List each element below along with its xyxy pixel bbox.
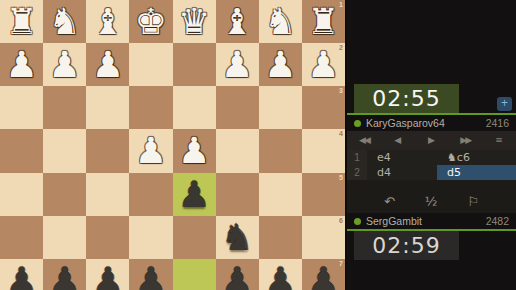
white-move[interactable]: e4 — [367, 150, 437, 165]
square[interactable] — [43, 173, 86, 216]
next-move-button[interactable]: ▶ — [415, 131, 449, 150]
square[interactable] — [216, 129, 259, 172]
square[interactable]: ♟ — [129, 259, 172, 290]
square[interactable]: ♞ — [43, 0, 86, 43]
top-player-rating: 2416 — [486, 117, 509, 129]
square[interactable] — [86, 216, 129, 259]
square[interactable]: 7♟ — [302, 259, 345, 290]
square[interactable]: 1♜ — [302, 0, 345, 43]
white-rook[interactable]: ♜ — [302, 0, 345, 43]
square[interactable]: ♚ — [129, 0, 172, 43]
square[interactable] — [173, 259, 216, 290]
square[interactable] — [173, 86, 216, 129]
give-more-time-button[interactable]: + — [497, 97, 512, 111]
square[interactable]: ♟ — [43, 43, 86, 86]
white-pawn[interactable]: ♟ — [129, 129, 172, 172]
rank-coordinate-label: 4 — [339, 130, 343, 138]
bottom-clock: 02:59 — [347, 231, 516, 260]
top-player-name: KaryGasparov64 — [366, 117, 445, 129]
chess-board[interactable]: ♜♞♝♚♛♝♞1♜♟♟♟♟♟2♟3♟♟4♟5♞6♟♟♟♟♟♟7♟ — [0, 0, 345, 290]
white-pawn[interactable]: ♟ — [173, 129, 216, 172]
move-number: 1 — [347, 150, 367, 165]
square[interactable] — [173, 216, 216, 259]
top-clock: 02:55 + — [347, 84, 516, 113]
square[interactable] — [216, 173, 259, 216]
white-pawn[interactable]: ♟ — [259, 43, 302, 86]
prev-move-button[interactable]: ◀ — [381, 131, 415, 150]
bottom-player-rating: 2482 — [486, 215, 509, 227]
black-move[interactable]: ♞c6 — [437, 150, 516, 165]
white-knight[interactable]: ♞ — [43, 0, 86, 43]
square[interactable] — [129, 173, 172, 216]
square[interactable] — [43, 129, 86, 172]
square[interactable]: ♟ — [259, 259, 302, 290]
game-actions-bar: ↶ ½ ⚐ — [347, 189, 516, 213]
game-sidebar: 02:55 + KaryGasparov64 2416 ◀◀ ◀ ▶ ▶▶ ≡ … — [347, 0, 516, 290]
rank-coordinate-label: 6 — [339, 217, 343, 225]
black-pawn[interactable]: ♟ — [0, 259, 43, 290]
bottom-player-row[interactable]: SergGambit 2482 — [347, 213, 516, 229]
move-number: 2 — [347, 165, 367, 180]
white-rook[interactable]: ♜ — [0, 0, 43, 43]
takeback-icon[interactable]: ↶ — [384, 194, 395, 209]
offer-draw-icon[interactable]: ½ — [425, 194, 438, 209]
square[interactable] — [0, 216, 43, 259]
black-pawn[interactable]: ♟ — [43, 259, 86, 290]
sidebar-top-spacer — [347, 0, 516, 84]
square[interactable] — [259, 129, 302, 172]
square[interactable]: ♟ — [43, 259, 86, 290]
square[interactable]: ♟ — [129, 129, 172, 172]
square[interactable] — [173, 43, 216, 86]
white-pawn[interactable]: ♟ — [216, 43, 259, 86]
square[interactable]: 4 — [302, 129, 345, 172]
bottom-clock-time: 02:59 — [354, 231, 459, 260]
white-bishop[interactable]: ♝ — [216, 0, 259, 43]
square[interactable]: ♟ — [0, 259, 43, 290]
square[interactable] — [129, 216, 172, 259]
online-indicator-icon — [354, 218, 361, 225]
white-pawn[interactable]: ♟ — [0, 43, 43, 86]
white-move[interactable]: d4 — [367, 165, 437, 180]
square[interactable] — [0, 129, 43, 172]
square[interactable]: ♛ — [173, 0, 216, 43]
square[interactable] — [216, 86, 259, 129]
square[interactable] — [43, 216, 86, 259]
square[interactable] — [86, 173, 129, 216]
square[interactable]: ♟ — [173, 129, 216, 172]
rank-coordinate-label: 5 — [339, 174, 343, 182]
square[interactable]: ♝ — [216, 0, 259, 43]
square[interactable]: ♟ — [0, 43, 43, 86]
last-move-button[interactable]: ▶▶ — [448, 131, 482, 150]
square[interactable] — [86, 86, 129, 129]
square[interactable] — [129, 43, 172, 86]
black-move[interactable]: d5 — [437, 165, 516, 180]
white-king[interactable]: ♚ — [129, 0, 172, 43]
square[interactable] — [0, 173, 43, 216]
resign-flag-icon[interactable]: ⚐ — [467, 194, 479, 209]
black-pawn[interactable]: ♟ — [129, 259, 172, 290]
square[interactable]: ♜ — [0, 0, 43, 43]
square[interactable]: ♝ — [86, 0, 129, 43]
bottom-player-name: SergGambit — [366, 215, 422, 227]
move-nav-bar: ◀◀ ◀ ▶ ▶▶ ≡ — [347, 131, 516, 150]
square[interactable] — [129, 86, 172, 129]
top-player-row[interactable]: KaryGasparov64 2416 — [347, 115, 516, 131]
top-clock-time: 02:55 — [354, 84, 459, 113]
black-pawn[interactable]: ♟ — [302, 259, 345, 290]
white-bishop[interactable]: ♝ — [86, 0, 129, 43]
black-pawn[interactable]: ♟ — [86, 259, 129, 290]
first-move-button[interactable]: ◀◀ — [347, 131, 381, 150]
square[interactable] — [0, 86, 43, 129]
move-list-row: 2d4d5 — [347, 165, 516, 180]
black-pawn[interactable]: ♟ — [173, 173, 216, 216]
square[interactable] — [86, 129, 129, 172]
square[interactable] — [259, 86, 302, 129]
menu-icon[interactable]: ≡ — [482, 131, 516, 150]
white-pawn[interactable]: ♟ — [302, 43, 345, 86]
white-pawn[interactable]: ♟ — [43, 43, 86, 86]
square[interactable]: ♟ — [173, 173, 216, 216]
white-queen[interactable]: ♛ — [173, 0, 216, 43]
black-knight[interactable]: ♞ — [216, 216, 259, 259]
square[interactable] — [43, 86, 86, 129]
square[interactable]: 2♟ — [302, 43, 345, 86]
move-list-row: 1e4♞c6 — [347, 150, 516, 165]
square[interactable]: ♟ — [86, 43, 129, 86]
white-knight[interactable]: ♞ — [259, 0, 302, 43]
black-pawn[interactable]: ♟ — [216, 259, 259, 290]
black-pawn[interactable]: ♟ — [259, 259, 302, 290]
square[interactable]: ♞ — [216, 216, 259, 259]
square[interactable]: ♟ — [216, 259, 259, 290]
rank-coordinate-label: 3 — [339, 87, 343, 95]
square[interactable]: 3 — [302, 86, 345, 129]
online-indicator-icon — [354, 120, 361, 127]
square[interactable]: 6 — [302, 216, 345, 259]
square[interactable]: ♟ — [86, 259, 129, 290]
square[interactable]: ♞ — [259, 0, 302, 43]
square[interactable]: ♟ — [259, 43, 302, 86]
square[interactable]: ♟ — [216, 43, 259, 86]
move-list-spacer — [347, 180, 516, 189]
square[interactable]: 5 — [302, 173, 345, 216]
square[interactable] — [259, 216, 302, 259]
move-list: 1e4♞c62d4d5 — [347, 150, 516, 180]
white-pawn[interactable]: ♟ — [86, 43, 129, 86]
square[interactable] — [259, 173, 302, 216]
